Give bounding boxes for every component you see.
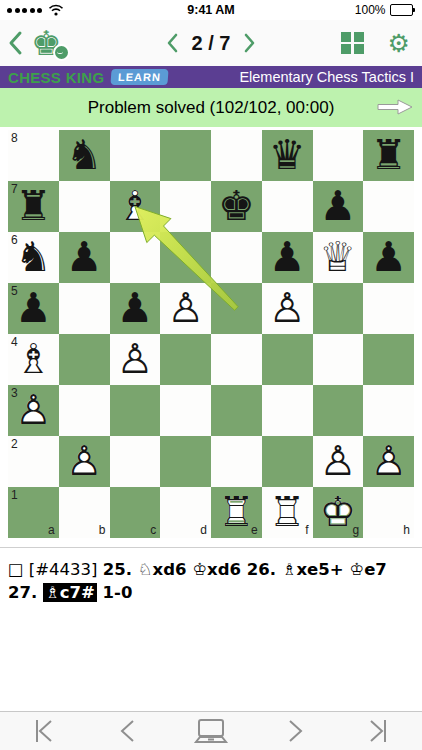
square-c2[interactable] xyxy=(110,436,161,487)
square-h6[interactable]: ♟ xyxy=(363,232,414,283)
square-g6[interactable]: ♛♕ xyxy=(313,232,364,283)
square-c4[interactable]: ♟♙ xyxy=(110,334,161,385)
piece-black-king: ♚ xyxy=(211,181,262,232)
square-b8[interactable]: ♞ xyxy=(59,130,110,181)
piece-white-pawn: ♟♙ xyxy=(262,283,313,334)
next-puzzle-chevron-icon[interactable] xyxy=(244,33,255,53)
square-e3[interactable] xyxy=(211,385,262,436)
piece-black-queen: ♛ xyxy=(262,130,313,181)
square-f2[interactable] xyxy=(262,436,313,487)
battery-icon xyxy=(390,4,416,16)
piece-black-pawn: ♟ xyxy=(313,181,364,232)
square-c3[interactable] xyxy=(110,385,161,436)
square-a6[interactable]: 6♞ xyxy=(8,232,59,283)
square-c1[interactable]: c xyxy=(110,487,161,538)
square-h8[interactable]: ♜ xyxy=(363,130,414,181)
chess-board: 8♞♛♜7♜♝♗♚♟6♞♟♟♛♕♟5♟♟♟♙♟♙4♝♗♟♙3♟♙2♟♙♟♙♟♙1… xyxy=(8,130,414,538)
puzzle-counter: 2 / 7 xyxy=(192,32,231,55)
square-a8[interactable]: 8 xyxy=(8,130,59,181)
move-notation: □ [#4433] 25. ♘xd6 ♔xd6 26. ♗xe5+ ♔e7 27… xyxy=(0,548,422,605)
square-d5[interactable]: ♟♙ xyxy=(160,283,211,334)
square-b1[interactable]: b xyxy=(59,487,110,538)
square-h4[interactable] xyxy=(363,334,414,385)
square-e8[interactable] xyxy=(211,130,262,181)
square-b5[interactable] xyxy=(59,283,110,334)
square-a3[interactable]: 3♟♙ xyxy=(8,385,59,436)
square-a7[interactable]: 7♜ xyxy=(8,181,59,232)
piece-black-pawn: ♟ xyxy=(59,232,110,283)
square-e4[interactable] xyxy=(211,334,262,385)
square-d6[interactable] xyxy=(160,232,211,283)
piece-white-pawn: ♟♙ xyxy=(59,436,110,487)
status-bar: 9:41 AM 100% xyxy=(0,0,422,20)
square-b7[interactable] xyxy=(59,181,110,232)
previous-move-button[interactable] xyxy=(108,715,148,747)
smiley-badge-icon xyxy=(53,44,70,61)
course-title: Elementary Chess Tactics I xyxy=(239,69,414,85)
rank-label: 4 xyxy=(11,335,18,349)
file-label: b xyxy=(99,523,106,537)
square-e1[interactable]: e♜♖ xyxy=(211,487,262,538)
piece-white-pawn: ♟♙ xyxy=(160,283,211,334)
square-f8[interactable]: ♛ xyxy=(262,130,313,181)
square-e7[interactable]: ♚ xyxy=(211,181,262,232)
square-f6[interactable]: ♟ xyxy=(262,232,313,283)
app-window: 9:41 AM 100% ♚ 2 / 7 xyxy=(0,0,422,750)
nav-bar: ♚ 2 / 7 ⚙ xyxy=(0,20,422,66)
settings-gear-icon[interactable]: ⚙ xyxy=(388,31,410,56)
cell-signal-icon xyxy=(7,8,42,13)
square-d2[interactable] xyxy=(160,436,211,487)
square-b6[interactable]: ♟ xyxy=(59,232,110,283)
engine-analysis-button[interactable] xyxy=(191,715,231,747)
piece-black-pawn: ♟ xyxy=(363,232,414,283)
piece-white-queen: ♛♕ xyxy=(313,232,364,283)
square-h2[interactable]: ♟♙ xyxy=(363,436,414,487)
square-g5[interactable] xyxy=(313,283,364,334)
rank-label: 8 xyxy=(11,131,18,145)
puzzle-list-grid-icon[interactable] xyxy=(341,32,364,55)
square-e6[interactable] xyxy=(211,232,262,283)
square-d3[interactable] xyxy=(160,385,211,436)
file-label: h xyxy=(403,523,410,537)
rank-label: 7 xyxy=(11,182,18,196)
piece-white-bishop: ♝♗ xyxy=(110,181,161,232)
square-g8[interactable] xyxy=(313,130,364,181)
learn-badge: LEARN xyxy=(111,69,169,85)
square-a2[interactable]: 2 xyxy=(8,436,59,487)
square-d8[interactable] xyxy=(160,130,211,181)
prev-puzzle-chevron-icon[interactable] xyxy=(167,33,178,53)
piece-white-pawn: ♟♙ xyxy=(110,334,161,385)
square-f5[interactable]: ♟♙ xyxy=(262,283,313,334)
wifi-icon xyxy=(48,4,64,16)
square-g1[interactable]: g♚♔ xyxy=(313,487,364,538)
piece-white-pawn: ♟♙ xyxy=(313,436,364,487)
square-c6[interactable] xyxy=(110,232,161,283)
piece-white-pawn: ♟♙ xyxy=(363,436,414,487)
square-b2[interactable]: ♟♙ xyxy=(59,436,110,487)
result-banner: Problem solved (102/102, 00:00) xyxy=(0,88,422,127)
file-label: c xyxy=(150,523,156,537)
next-move-button[interactable] xyxy=(275,715,315,747)
file-label: g xyxy=(353,523,360,537)
rank-label: 6 xyxy=(11,233,18,247)
battery-percent: 100% xyxy=(355,3,386,17)
piece-black-pawn: ♟ xyxy=(110,283,161,334)
piece-black-pawn: ♟ xyxy=(262,232,313,283)
result-message: Problem solved (102/102, 00:00) xyxy=(88,98,335,118)
piece-black-knight: ♞ xyxy=(59,130,110,181)
next-problem-arrow-icon[interactable] xyxy=(376,98,414,116)
rank-label: 3 xyxy=(11,386,18,400)
square-b4[interactable] xyxy=(59,334,110,385)
notation-segment-bold: 1-0 xyxy=(97,583,133,602)
first-move-button[interactable] xyxy=(24,715,64,747)
square-a5[interactable]: 5♟ xyxy=(8,283,59,334)
notation-segment-highlight: ♗c7# xyxy=(43,583,97,602)
back-chevron-icon[interactable] xyxy=(8,30,23,56)
square-d7[interactable] xyxy=(160,181,211,232)
square-h5[interactable] xyxy=(363,283,414,334)
piece-black-rook: ♜ xyxy=(363,130,414,181)
file-label: e xyxy=(251,523,258,537)
square-d4[interactable] xyxy=(160,334,211,385)
square-f4[interactable] xyxy=(262,334,313,385)
last-move-button[interactable] xyxy=(358,715,398,747)
square-d1[interactable]: d xyxy=(160,487,211,538)
square-f1[interactable]: f♜♖ xyxy=(262,487,313,538)
square-c7[interactable]: ♝♗ xyxy=(110,181,161,232)
file-label: d xyxy=(200,523,207,537)
square-b3[interactable] xyxy=(59,385,110,436)
brand-bar: CHESS KING LEARN Elementary Chess Tactic… xyxy=(0,66,422,88)
square-h1[interactable]: h xyxy=(363,487,414,538)
square-f3[interactable] xyxy=(262,385,313,436)
square-e5[interactable] xyxy=(211,283,262,334)
square-c8[interactable] xyxy=(110,130,161,181)
rank-label: 5 xyxy=(11,284,18,298)
bottom-toolbar xyxy=(0,711,422,750)
square-g7[interactable]: ♟ xyxy=(313,181,364,232)
rank-label: 2 xyxy=(11,437,18,451)
square-a1[interactable]: 1a xyxy=(8,487,59,538)
square-e2[interactable] xyxy=(211,436,262,487)
square-a4[interactable]: 4♝♗ xyxy=(8,334,59,385)
square-h7[interactable] xyxy=(363,181,414,232)
notation-segment-plain: □ [#4433] xyxy=(8,560,103,579)
file-label: f xyxy=(305,523,308,537)
app-name: CHESS KING xyxy=(8,69,104,86)
file-label: a xyxy=(48,523,55,537)
board-area: 8♞♛♜7♜♝♗♚♟6♞♟♟♛♕♟5♟♟♟♙♟♙4♝♗♟♙3♟♙2♟♙♟♙♟♙1… xyxy=(0,130,422,538)
square-f7[interactable] xyxy=(262,181,313,232)
square-c5[interactable]: ♟ xyxy=(110,283,161,334)
square-g3[interactable] xyxy=(313,385,364,436)
rank-label: 1 xyxy=(11,488,18,502)
square-g2[interactable]: ♟♙ xyxy=(313,436,364,487)
chess-king-logo[interactable]: ♚ xyxy=(31,23,67,63)
square-g4[interactable] xyxy=(313,334,364,385)
square-h3[interactable] xyxy=(363,385,414,436)
